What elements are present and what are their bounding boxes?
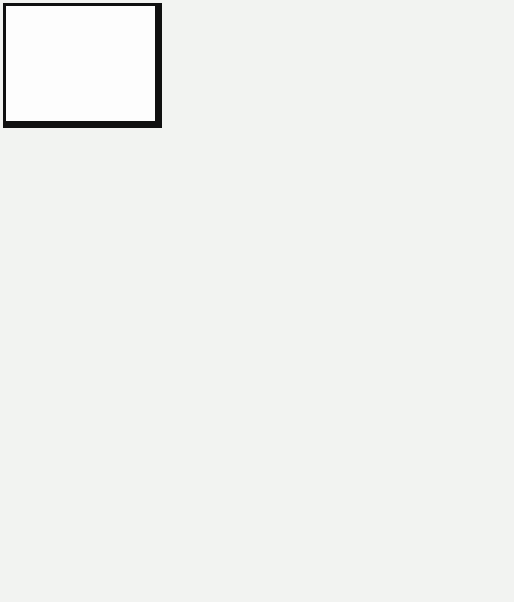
corner-box [4, 4, 157, 123]
nonogram-page: { "game": "nonogram", "board": {"columns… [0, 0, 514, 602]
nonogram-board [157, 123, 161, 127]
nonogram-puzzle [3, 3, 162, 128]
row-clues [4, 123, 157, 127]
column-clues [157, 4, 161, 123]
